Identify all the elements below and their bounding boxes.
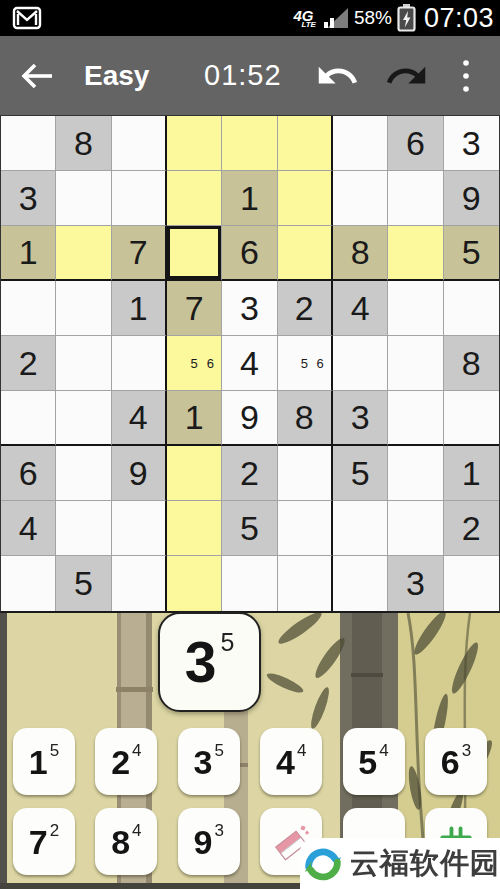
- redo-icon: [384, 57, 429, 95]
- cell-r2c6[interactable]: [278, 171, 333, 226]
- cell-r9c7[interactable]: [333, 556, 388, 611]
- back-button[interactable]: [18, 36, 56, 115]
- site-watermark: 云福软件园: [300, 838, 500, 889]
- digit-button-4[interactable]: 44: [260, 728, 322, 795]
- cell-r7c1[interactable]: 6: [1, 446, 56, 501]
- digit-button-9[interactable]: 93: [178, 808, 240, 875]
- cell-r7c6[interactable]: [278, 446, 333, 501]
- cell-r8c1[interactable]: 4: [1, 501, 56, 556]
- cell-r1c1[interactable]: [1, 116, 56, 171]
- cell-r4c7[interactable]: 4: [333, 281, 388, 336]
- cell-r8c8[interactable]: [388, 501, 443, 556]
- digit-button-7[interactable]: 72: [13, 808, 75, 875]
- status-bar: 4G LTE 58% 07:03: [0, 0, 500, 36]
- cell-r6c8[interactable]: [388, 391, 443, 446]
- cell-r4c9[interactable]: [444, 281, 499, 336]
- game-timer: 01:52: [204, 36, 282, 115]
- cell-r8c9[interactable]: 2: [444, 501, 499, 556]
- cell-r3c5[interactable]: 6: [222, 226, 277, 281]
- cell-r4c1[interactable]: [1, 281, 56, 336]
- cell-r9c3[interactable]: [112, 556, 167, 611]
- cell-r9c1[interactable]: [1, 556, 56, 611]
- cell-r7c3[interactable]: 9: [112, 446, 167, 501]
- cell-r2c2[interactable]: [56, 171, 111, 226]
- cell-r7c8[interactable]: [388, 446, 443, 501]
- cell-r7c7[interactable]: 5: [333, 446, 388, 501]
- cell-r6c3[interactable]: 4: [112, 391, 167, 446]
- cell-r4c4[interactable]: 7: [167, 281, 222, 336]
- digit-button-3[interactable]: 35: [178, 728, 240, 795]
- cell-r5c6[interactable]: 56: [278, 336, 333, 391]
- digit-button-5[interactable]: 54: [343, 728, 405, 795]
- cell-r4c8[interactable]: [388, 281, 443, 336]
- cell-r6c6[interactable]: 8: [278, 391, 333, 446]
- undo-button[interactable]: [315, 36, 360, 115]
- cell-r6c4[interactable]: 1: [167, 391, 222, 446]
- cell-r9c6[interactable]: [278, 556, 333, 611]
- digit-button-8[interactable]: 84: [95, 808, 157, 875]
- cell-r9c9[interactable]: [444, 556, 499, 611]
- cell-r2c9[interactable]: 9: [444, 171, 499, 226]
- cell-r2c1[interactable]: 3: [1, 171, 56, 226]
- cell-r8c5[interactable]: 5: [222, 501, 277, 556]
- clock: 07:03: [424, 3, 494, 34]
- signal-strength-icon: [323, 7, 349, 29]
- cell-r2c3[interactable]: [112, 171, 167, 226]
- cell-r9c2[interactable]: 5: [56, 556, 111, 611]
- cell-r1c6[interactable]: [278, 116, 333, 171]
- keypad-row-1: 15 24 35 44 54 63: [13, 728, 487, 795]
- digit-preview-popup: 35: [158, 612, 261, 712]
- cell-r9c8[interactable]: 3: [388, 556, 443, 611]
- cell-r3c2[interactable]: [56, 226, 111, 281]
- cell-r5c7[interactable]: [333, 336, 388, 391]
- cell-r5c2[interactable]: [56, 336, 111, 391]
- cell-r5c4[interactable]: 56: [167, 336, 222, 391]
- cell-r1c3[interactable]: [112, 116, 167, 171]
- cell-r3c1[interactable]: 1: [1, 226, 56, 281]
- cell-r3c7[interactable]: 8: [333, 226, 388, 281]
- cell-r9c5[interactable]: [222, 556, 277, 611]
- watermark-text: 云福软件园: [350, 844, 500, 884]
- difficulty-label[interactable]: Easy: [84, 36, 149, 115]
- redo-button[interactable]: [384, 36, 429, 115]
- cell-r2c7[interactable]: [333, 171, 388, 226]
- cell-r1c8[interactable]: 6: [388, 116, 443, 171]
- back-arrow-icon: [18, 60, 56, 92]
- cell-r5c5[interactable]: 4: [222, 336, 277, 391]
- cell-r1c4[interactable]: [167, 116, 222, 171]
- cell-r6c1[interactable]: [1, 391, 56, 446]
- cell-r8c6[interactable]: [278, 501, 333, 556]
- cell-r4c3[interactable]: 1: [112, 281, 167, 336]
- cell-r4c6[interactable]: 2: [278, 281, 333, 336]
- cell-r2c5[interactable]: 1: [222, 171, 277, 226]
- cell-r4c2[interactable]: [56, 281, 111, 336]
- cell-r2c8[interactable]: [388, 171, 443, 226]
- cell-r6c5[interactable]: 9: [222, 391, 277, 446]
- cell-r3c9[interactable]: 5: [444, 226, 499, 281]
- cell-r1c7[interactable]: [333, 116, 388, 171]
- battery-percent: 58%: [354, 7, 392, 29]
- cell-r2c4[interactable]: [167, 171, 222, 226]
- cell-r7c2[interactable]: [56, 446, 111, 501]
- cell-r5c9[interactable]: 8: [444, 336, 499, 391]
- cell-r7c5[interactable]: 2: [222, 446, 277, 501]
- cell-r3c8[interactable]: [388, 226, 443, 281]
- overflow-menu-button[interactable]: [458, 36, 474, 115]
- phone-screen: 4G LTE 58% 07:03 Easy 01:5: [0, 0, 500, 889]
- cell-r4c5[interactable]: 3: [222, 281, 277, 336]
- cell-r7c9[interactable]: 1: [444, 446, 499, 501]
- cell-r3c4[interactable]: [167, 226, 222, 281]
- undo-icon: [315, 57, 360, 95]
- cell-r1c2[interactable]: 8: [56, 116, 111, 171]
- pencil-marks: 56: [170, 339, 218, 387]
- cell-r6c9[interactable]: [444, 391, 499, 446]
- overflow-menu-icon: [458, 55, 474, 97]
- cell-r1c5[interactable]: [222, 116, 277, 171]
- cell-r3c3[interactable]: 7: [112, 226, 167, 281]
- battery-charging-icon: [397, 4, 416, 32]
- cell-r7c4[interactable]: [167, 446, 222, 501]
- cell-r8c2[interactable]: [56, 501, 111, 556]
- cell-r9c4[interactable]: [167, 556, 222, 611]
- cell-r3c6[interactable]: [278, 226, 333, 281]
- digit-button-1[interactable]: 15: [13, 728, 75, 795]
- cell-r6c2[interactable]: [56, 391, 111, 446]
- gmail-icon: [12, 6, 42, 30]
- cell-r8c7[interactable]: [333, 501, 388, 556]
- app-toolbar: Easy 01:52: [0, 36, 500, 115]
- digit-button-6[interactable]: 63: [425, 728, 487, 795]
- pencil-marks: 56: [281, 339, 328, 387]
- cell-r8c3[interactable]: [112, 501, 167, 556]
- cell-r5c8[interactable]: [388, 336, 443, 391]
- sudoku-grid: 86331917685173242564568419836925145253: [0, 115, 500, 613]
- cell-r1c9[interactable]: 3: [444, 116, 499, 171]
- cell-r6c7[interactable]: 3: [333, 391, 388, 446]
- blue-green-swirl-logo: [300, 839, 346, 889]
- network-type-indicator: 4G LTE: [293, 8, 316, 29]
- digit-button-2[interactable]: 24: [95, 728, 157, 795]
- cell-r5c3[interactable]: [112, 336, 167, 391]
- cell-r8c4[interactable]: [167, 501, 222, 556]
- cell-r5c1[interactable]: 2: [1, 336, 56, 391]
